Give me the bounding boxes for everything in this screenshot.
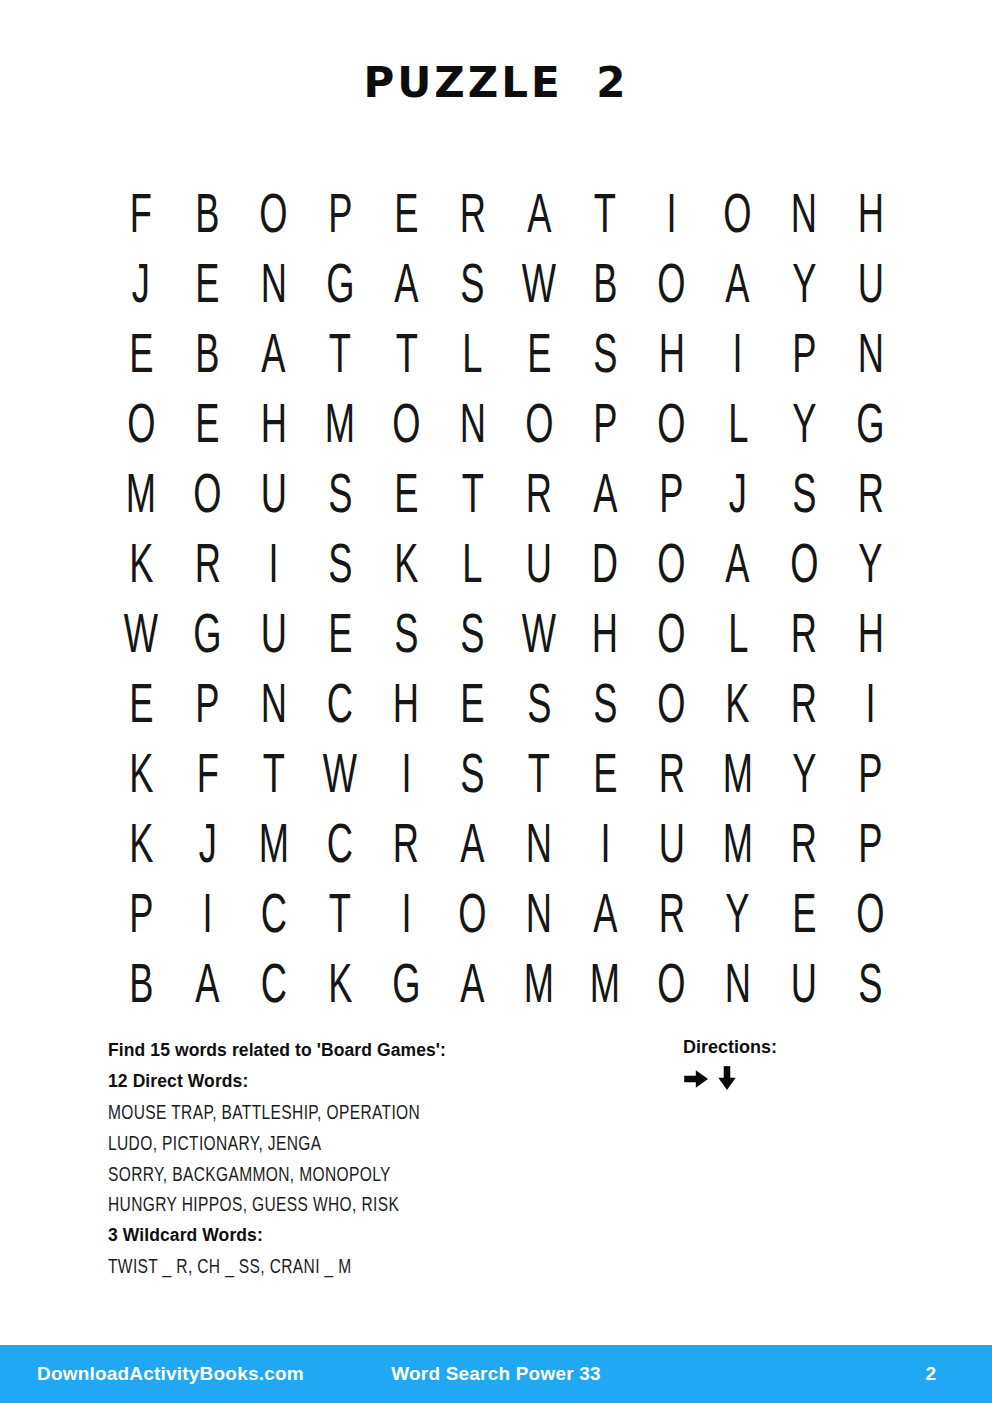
- grid-letter: M: [723, 746, 753, 801]
- grid-cell-r6c1: K: [108, 528, 174, 598]
- grid-letter: I: [733, 326, 743, 381]
- wildcard-words-heading: 3 Wildcard Words:: [108, 1220, 668, 1251]
- grid-letter: P: [659, 466, 683, 521]
- grid-letter: T: [462, 466, 484, 521]
- grid-letter: K: [129, 746, 153, 801]
- grid-letter: N: [725, 956, 751, 1011]
- direct-words-line-3: SORRY, BACKGAMMON, MONOPOLY: [108, 1158, 668, 1189]
- grid-cell-r7c5: S: [373, 598, 439, 668]
- grid-letter: N: [526, 886, 552, 941]
- grid-letter: S: [328, 536, 352, 591]
- grid-letter: T: [528, 746, 550, 801]
- grid-letter: O: [657, 956, 685, 1011]
- grid-cell-r4c4: M: [307, 388, 373, 458]
- grid-cell-r2c10: A: [705, 248, 771, 318]
- grid-letter: P: [129, 886, 153, 941]
- grid-letter: N: [791, 186, 817, 241]
- grid-letter: I: [401, 746, 411, 801]
- direct-words-line-4-text: HUNGRY HIPPOS, GUESS WHO, RISK: [108, 1192, 399, 1216]
- directions-label: Directions:: [683, 1037, 777, 1058]
- grid-cell-r4c8: P: [572, 388, 638, 458]
- grid-cell-r7c6: S: [439, 598, 505, 668]
- grid-letter: J: [729, 466, 747, 521]
- grid-cell-r8c7: S: [506, 668, 572, 738]
- grid-letter: T: [329, 886, 351, 941]
- grid-cell-r6c2: R: [174, 528, 240, 598]
- grid-letter: O: [392, 396, 420, 451]
- grid-cell-r8c3: N: [241, 668, 307, 738]
- grid-letter: S: [527, 676, 551, 731]
- grid-cell-r10c11: R: [771, 808, 837, 878]
- grid-letter: A: [394, 256, 418, 311]
- grid-letter: S: [858, 956, 882, 1011]
- grid-cell-r4c11: Y: [771, 388, 837, 458]
- grid-letter: I: [401, 886, 411, 941]
- grid-cell-r5c6: T: [439, 458, 505, 528]
- grid-letter: P: [195, 676, 219, 731]
- grid-letter: A: [461, 816, 485, 871]
- grid-cell-r3c4: T: [307, 318, 373, 388]
- grid-letter: N: [261, 676, 287, 731]
- grid-cell-r6c7: U: [506, 528, 572, 598]
- grid-cell-r11c12: O: [837, 878, 903, 948]
- grid-cell-r11c6: O: [439, 878, 505, 948]
- grid-cell-r9c5: I: [373, 738, 439, 808]
- grid-letter: N: [460, 396, 486, 451]
- grid-cell-r4c5: O: [373, 388, 439, 458]
- grid-letter: K: [129, 816, 153, 871]
- grid-letter: O: [459, 886, 487, 941]
- grid-letter: R: [791, 816, 817, 871]
- grid-cell-r2c4: G: [307, 248, 373, 318]
- grid-letter: R: [857, 466, 883, 521]
- grid-cell-r1c2: B: [174, 178, 240, 248]
- grid-letter: R: [393, 816, 419, 871]
- grid-cell-r1c7: A: [506, 178, 572, 248]
- grid-cell-r7c2: G: [174, 598, 240, 668]
- wildcard-words-heading-text: 3 Wildcard Words:: [108, 1225, 263, 1246]
- grid-letter: G: [326, 256, 354, 311]
- grid-cell-r1c10: O: [705, 178, 771, 248]
- footer-bar: DownloadActivityBooks.com Word Search Po…: [0, 1345, 992, 1403]
- grid-cell-r10c2: J: [174, 808, 240, 878]
- grid-cell-r2c8: B: [572, 248, 638, 318]
- grid-cell-r10c9: U: [638, 808, 704, 878]
- grid-cell-r10c3: M: [241, 808, 307, 878]
- grid-letter: A: [461, 956, 485, 1011]
- grid-letter: U: [658, 816, 684, 871]
- grid-letter: S: [792, 466, 816, 521]
- direct-words-line-1-text: MOUSE TRAP, BATTLESHIP, OPERATION: [108, 1100, 420, 1124]
- grid-letter: K: [726, 676, 750, 731]
- grid-cell-r11c8: A: [572, 878, 638, 948]
- grid-cell-r7c9: O: [638, 598, 704, 668]
- grid-cell-r4c1: O: [108, 388, 174, 458]
- grid-cell-r9c8: E: [572, 738, 638, 808]
- grid-letter: K: [394, 536, 418, 591]
- grid-cell-r10c6: A: [439, 808, 505, 878]
- direct-words-heading-text: 12 Direct Words:: [108, 1071, 248, 1092]
- grid-cell-r12c6: A: [439, 948, 505, 1018]
- grid-cell-r12c3: C: [241, 948, 307, 1018]
- grid-cell-r11c5: I: [373, 878, 439, 948]
- grid-letter: S: [593, 676, 617, 731]
- grid-letter: F: [196, 746, 218, 801]
- grid-cell-r12c4: K: [307, 948, 373, 1018]
- grid-letter: O: [193, 466, 221, 521]
- grid-cell-r9c3: T: [241, 738, 307, 808]
- grid-letter: S: [394, 606, 418, 661]
- grid-cell-r7c11: R: [771, 598, 837, 668]
- grid-letter: E: [593, 746, 617, 801]
- grid-letter: E: [461, 676, 485, 731]
- grid-letter: G: [392, 956, 420, 1011]
- word-search-grid: FBOPERATIONHJENGASWBOAYUEBATTLESHIPNOEHM…: [108, 178, 904, 1018]
- grid-letter: E: [527, 326, 551, 381]
- grid-cell-r4c3: H: [241, 388, 307, 458]
- grid-letter: I: [600, 816, 610, 871]
- grid-cell-r3c1: E: [108, 318, 174, 388]
- grid-letter: P: [328, 186, 352, 241]
- grid-letter: E: [394, 466, 418, 521]
- grid-letter: L: [463, 326, 483, 381]
- grid-cell-r12c10: N: [705, 948, 771, 1018]
- grid-cell-r6c3: I: [241, 528, 307, 598]
- grid-letter: W: [323, 746, 357, 801]
- grid-letter: E: [792, 886, 816, 941]
- grid-cell-r2c6: S: [439, 248, 505, 318]
- grid-cell-r11c3: C: [241, 878, 307, 948]
- grid-letter: C: [327, 816, 353, 871]
- grid-letter: S: [461, 606, 485, 661]
- grid-cell-r7c1: W: [108, 598, 174, 668]
- grid-letter: J: [132, 256, 150, 311]
- grid-letter: P: [858, 746, 882, 801]
- grid-cell-r7c8: H: [572, 598, 638, 668]
- right-arrow-icon: [683, 1065, 711, 1093]
- directions-arrows: [683, 1065, 777, 1093]
- grid-cell-r1c1: F: [108, 178, 174, 248]
- grid-letter: A: [726, 256, 750, 311]
- grid-cell-r5c10: J: [705, 458, 771, 528]
- grid-letter: L: [728, 606, 748, 661]
- grid-letter: N: [526, 816, 552, 871]
- grid-letter: L: [463, 536, 483, 591]
- grid-letter: Y: [792, 256, 816, 311]
- grid-cell-r5c4: S: [307, 458, 373, 528]
- grid-cell-r11c10: Y: [705, 878, 771, 948]
- direct-words-line-4: HUNGRY HIPPOS, GUESS WHO, RISK: [108, 1189, 668, 1220]
- grid-cell-r9c12: P: [837, 738, 903, 808]
- grid-cell-r11c7: N: [506, 878, 572, 948]
- grid-cell-r12c5: G: [373, 948, 439, 1018]
- grid-cell-r1c9: I: [638, 178, 704, 248]
- grid-letter: O: [724, 186, 752, 241]
- grid-letter: H: [592, 606, 618, 661]
- grid-cell-r8c8: S: [572, 668, 638, 738]
- grid-cell-r10c12: P: [837, 808, 903, 878]
- footer-page-number: 2: [925, 1363, 936, 1385]
- grid-letter: I: [202, 886, 212, 941]
- grid-letter: H: [658, 326, 684, 381]
- direct-words-line-2-text: LUDO, PICTIONARY, JENGA: [108, 1131, 321, 1155]
- grid-letter: N: [261, 256, 287, 311]
- grid-cell-r12c2: A: [174, 948, 240, 1018]
- grid-cell-r4c6: N: [439, 388, 505, 458]
- grid-cell-r7c4: E: [307, 598, 373, 668]
- grid-letter: H: [261, 396, 287, 451]
- grid-letter: M: [590, 956, 620, 1011]
- grid-letter: B: [195, 326, 219, 381]
- grid-letter: M: [259, 816, 289, 871]
- grid-letter: C: [327, 676, 353, 731]
- grid-cell-r8c1: E: [108, 668, 174, 738]
- grid-letter: O: [657, 396, 685, 451]
- grid-cell-r12c8: M: [572, 948, 638, 1018]
- word-list: Find 15 words related to 'Board Games': …: [108, 1035, 668, 1281]
- grid-cell-r6c9: O: [638, 528, 704, 598]
- grid-cell-r3c12: N: [837, 318, 903, 388]
- grid-cell-r10c5: R: [373, 808, 439, 878]
- grid-cell-r3c3: A: [241, 318, 307, 388]
- grid-letter: H: [857, 606, 883, 661]
- grid-letter: H: [393, 676, 419, 731]
- grid-letter: L: [728, 396, 748, 451]
- grid-cell-r12c11: U: [771, 948, 837, 1018]
- grid-cell-r2c5: A: [373, 248, 439, 318]
- grid-cell-r3c7: E: [506, 318, 572, 388]
- grid-letter: O: [790, 536, 818, 591]
- grid-letter: O: [657, 606, 685, 661]
- grid-cell-r12c1: B: [108, 948, 174, 1018]
- grid-letter: E: [394, 186, 418, 241]
- grid-cell-r9c2: F: [174, 738, 240, 808]
- direct-words-line-1: MOUSE TRAP, BATTLESHIP, OPERATION: [108, 1097, 668, 1128]
- grid-cell-r8c6: E: [439, 668, 505, 738]
- grid-cell-r4c12: G: [837, 388, 903, 458]
- grid-cell-r2c1: J: [108, 248, 174, 318]
- grid-letter: A: [593, 466, 617, 521]
- grid-cell-r3c10: I: [705, 318, 771, 388]
- grid-letter: T: [594, 186, 616, 241]
- grid-cell-r7c7: W: [506, 598, 572, 668]
- grid-letter: S: [593, 326, 617, 381]
- grid-cell-r8c9: O: [638, 668, 704, 738]
- grid-cell-r9c4: W: [307, 738, 373, 808]
- page-title: PUZZLE 2: [0, 58, 992, 107]
- grid-cell-r1c3: O: [241, 178, 307, 248]
- grid-letter: I: [269, 536, 279, 591]
- grid-cell-r7c10: L: [705, 598, 771, 668]
- grid-letter: E: [129, 676, 153, 731]
- grid-letter: P: [593, 396, 617, 451]
- grid-letter: M: [723, 816, 753, 871]
- grid-cell-r11c4: T: [307, 878, 373, 948]
- grid-cell-r11c2: I: [174, 878, 240, 948]
- grid-letter: A: [262, 326, 286, 381]
- grid-cell-r12c12: S: [837, 948, 903, 1018]
- grid-cell-r2c7: W: [506, 248, 572, 318]
- grid-cell-r5c12: R: [837, 458, 903, 528]
- grid-letter: O: [525, 396, 553, 451]
- grid-cell-r6c4: S: [307, 528, 373, 598]
- wildcard-words-line-text: TWIST _ R, CH _ SS, CRANI _ M: [108, 1254, 352, 1278]
- grid-letter: B: [129, 956, 153, 1011]
- grid-letter: J: [198, 816, 216, 871]
- grid-cell-r12c9: O: [638, 948, 704, 1018]
- grid-letter: E: [129, 326, 153, 381]
- find-instruction: Find 15 words related to 'Board Games':: [108, 1035, 668, 1066]
- grid-letter: A: [195, 956, 219, 1011]
- grid-cell-r11c11: E: [771, 878, 837, 948]
- grid-cell-r2c2: E: [174, 248, 240, 318]
- grid-cell-r5c1: M: [108, 458, 174, 528]
- grid-letter: S: [328, 466, 352, 521]
- grid-cell-r6c12: Y: [837, 528, 903, 598]
- grid-cell-r5c5: E: [373, 458, 439, 528]
- grid-letter: E: [195, 396, 219, 451]
- grid-cell-r10c1: K: [108, 808, 174, 878]
- grid-letter: Y: [792, 396, 816, 451]
- grid-cell-r10c7: N: [506, 808, 572, 878]
- grid-cell-r5c3: U: [241, 458, 307, 528]
- grid-letter: U: [261, 606, 287, 661]
- grid-cell-r6c11: O: [771, 528, 837, 598]
- grid-cell-r8c4: C: [307, 668, 373, 738]
- grid-letter: U: [526, 536, 552, 591]
- grid-cell-r7c12: H: [837, 598, 903, 668]
- grid-cell-r6c6: L: [439, 528, 505, 598]
- wildcard-words-line: TWIST _ R, CH _ SS, CRANI _ M: [108, 1251, 668, 1282]
- direct-words-line-3-text: SORRY, BACKGAMMON, MONOPOLY: [108, 1162, 391, 1186]
- grid-letter: S: [461, 256, 485, 311]
- grid-letter: I: [666, 186, 676, 241]
- grid-letter: A: [593, 886, 617, 941]
- grid-cell-r1c6: R: [439, 178, 505, 248]
- grid-cell-r9c1: K: [108, 738, 174, 808]
- grid-letter: Y: [792, 746, 816, 801]
- grid-cell-r9c10: M: [705, 738, 771, 808]
- grid-letter: R: [460, 186, 486, 241]
- grid-letter: O: [260, 186, 288, 241]
- grid-letter: O: [657, 256, 685, 311]
- grid-letter: T: [395, 326, 417, 381]
- grid-cell-r6c8: D: [572, 528, 638, 598]
- grid-cell-r5c11: S: [771, 458, 837, 528]
- grid-cell-r4c2: E: [174, 388, 240, 458]
- grid-cell-r10c10: M: [705, 808, 771, 878]
- grid-letter: D: [592, 536, 618, 591]
- direct-words-line-2: LUDO, PICTIONARY, JENGA: [108, 1127, 668, 1158]
- grid-letter: W: [522, 256, 556, 311]
- grid-cell-r5c9: P: [638, 458, 704, 528]
- grid-letter: S: [461, 746, 485, 801]
- grid-cell-r1c12: H: [837, 178, 903, 248]
- grid-cell-r3c11: P: [771, 318, 837, 388]
- grid-letter: K: [328, 956, 352, 1011]
- grid-cell-r1c11: N: [771, 178, 837, 248]
- grid-letter: N: [857, 326, 883, 381]
- grid-cell-r8c5: H: [373, 668, 439, 738]
- grid-letter: R: [791, 606, 817, 661]
- grid-letter: B: [593, 256, 617, 311]
- grid-letter: F: [130, 186, 152, 241]
- grid-cell-r2c9: O: [638, 248, 704, 318]
- grid-cell-r6c10: A: [705, 528, 771, 598]
- grid-cell-r2c3: N: [241, 248, 307, 318]
- grid-cell-r10c4: C: [307, 808, 373, 878]
- grid-cell-r9c7: T: [506, 738, 572, 808]
- grid-cell-r8c11: R: [771, 668, 837, 738]
- grid-letter: O: [856, 886, 884, 941]
- grid-letter: Y: [726, 886, 750, 941]
- grid-cell-r3c2: B: [174, 318, 240, 388]
- grid-letter: E: [195, 256, 219, 311]
- grid-letter: P: [792, 326, 816, 381]
- grid-cell-r5c8: A: [572, 458, 638, 528]
- grid-cell-r9c6: S: [439, 738, 505, 808]
- puzzle-page: PUZZLE 2 FBOPERATIONHJENGASWBOAYUEBATTLE…: [0, 0, 992, 1403]
- grid-letter: H: [857, 186, 883, 241]
- grid-letter: G: [193, 606, 221, 661]
- grid-letter: R: [194, 536, 220, 591]
- grid-cell-r1c5: E: [373, 178, 439, 248]
- grid-cell-r3c5: T: [373, 318, 439, 388]
- grid-letter: O: [657, 536, 685, 591]
- grid-cell-r7c3: U: [241, 598, 307, 668]
- grid-cell-r3c6: L: [439, 318, 505, 388]
- grid-cell-r10c8: I: [572, 808, 638, 878]
- grid-letter: G: [856, 396, 884, 451]
- grid-letter: C: [261, 886, 287, 941]
- grid-letter: B: [195, 186, 219, 241]
- grid-letter: U: [791, 956, 817, 1011]
- grid-letter: M: [524, 956, 554, 1011]
- grid-cell-r11c1: P: [108, 878, 174, 948]
- grid-letter: P: [858, 816, 882, 871]
- grid-cell-r4c7: O: [506, 388, 572, 458]
- footer-book-title: Word Search Power 33: [0, 1363, 992, 1385]
- grid-cell-r9c9: R: [638, 738, 704, 808]
- find-instruction-text: Find 15 words related to 'Board Games':: [108, 1040, 446, 1061]
- grid-cell-r12c7: M: [506, 948, 572, 1018]
- grid-cell-r11c9: R: [638, 878, 704, 948]
- grid-cell-r8c10: K: [705, 668, 771, 738]
- grid-letter: R: [658, 886, 684, 941]
- grid-cell-r5c2: O: [174, 458, 240, 528]
- grid-letter: K: [129, 536, 153, 591]
- grid-letter: R: [791, 676, 817, 731]
- down-arrow-icon: [713, 1065, 741, 1093]
- grid-cell-r5c7: R: [506, 458, 572, 528]
- grid-letter: M: [126, 466, 156, 521]
- grid-cell-r8c12: I: [837, 668, 903, 738]
- grid-letter: C: [261, 956, 287, 1011]
- direct-words-heading: 12 Direct Words:: [108, 1066, 668, 1097]
- grid-letter: R: [526, 466, 552, 521]
- grid-letter: A: [726, 536, 750, 591]
- grid-cell-r1c4: P: [307, 178, 373, 248]
- grid-letter: U: [261, 466, 287, 521]
- grid-letter: O: [657, 676, 685, 731]
- grid-letter: I: [865, 676, 875, 731]
- grid-cell-r1c8: T: [572, 178, 638, 248]
- grid-letter: M: [325, 396, 355, 451]
- grid-letter: W: [522, 606, 556, 661]
- grid-letter: O: [127, 396, 155, 451]
- grid-cell-r3c9: H: [638, 318, 704, 388]
- grid-letter: U: [857, 256, 883, 311]
